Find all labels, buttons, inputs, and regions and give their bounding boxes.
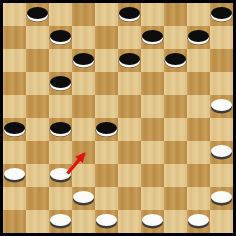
white-man[interactable] xyxy=(211,145,232,157)
light-square[interactable] xyxy=(141,95,164,118)
square-7[interactable] xyxy=(49,26,72,49)
light-square[interactable] xyxy=(187,95,210,118)
light-square[interactable] xyxy=(187,49,210,72)
square-37[interactable] xyxy=(49,164,72,187)
light-square[interactable] xyxy=(3,187,26,210)
light-square[interactable] xyxy=(49,187,72,210)
square-28[interactable] xyxy=(95,118,118,141)
square-42[interactable] xyxy=(72,187,95,210)
light-square[interactable] xyxy=(72,210,95,233)
white-man[interactable] xyxy=(211,191,232,203)
white-man[interactable] xyxy=(4,168,25,180)
black-man[interactable] xyxy=(119,7,140,19)
square-47[interactable] xyxy=(49,210,72,233)
square-5[interactable] xyxy=(210,3,233,26)
light-square[interactable] xyxy=(49,3,72,26)
square-19[interactable] xyxy=(141,72,164,95)
square-12[interactable] xyxy=(72,49,95,72)
light-square[interactable] xyxy=(118,164,141,187)
light-square[interactable] xyxy=(118,118,141,141)
light-square[interactable] xyxy=(49,141,72,164)
square-33[interactable] xyxy=(118,141,141,164)
square-43[interactable] xyxy=(118,187,141,210)
light-square[interactable] xyxy=(141,3,164,26)
light-square[interactable] xyxy=(72,164,95,187)
light-square[interactable] xyxy=(164,210,187,233)
light-square[interactable] xyxy=(210,164,233,187)
square-48[interactable] xyxy=(95,210,118,233)
light-square[interactable] xyxy=(26,164,49,187)
light-square[interactable] xyxy=(3,95,26,118)
square-50[interactable] xyxy=(187,210,210,233)
square-2[interactable] xyxy=(72,3,95,26)
square-20[interactable] xyxy=(187,72,210,95)
square-32[interactable] xyxy=(72,141,95,164)
square-3[interactable] xyxy=(118,3,141,26)
black-man[interactable] xyxy=(50,122,71,134)
square-35[interactable] xyxy=(210,141,233,164)
white-man[interactable] xyxy=(142,214,163,226)
square-8[interactable] xyxy=(95,26,118,49)
square-1[interactable] xyxy=(26,3,49,26)
board-grid xyxy=(3,3,233,233)
square-14[interactable] xyxy=(164,49,187,72)
square-49[interactable] xyxy=(141,210,164,233)
light-square[interactable] xyxy=(164,72,187,95)
black-man[interactable] xyxy=(188,30,209,42)
black-man[interactable] xyxy=(165,53,186,65)
black-man[interactable] xyxy=(211,7,232,19)
square-27[interactable] xyxy=(49,118,72,141)
black-man[interactable] xyxy=(50,76,71,88)
light-square[interactable] xyxy=(72,26,95,49)
light-square[interactable] xyxy=(210,118,233,141)
square-16[interactable] xyxy=(3,72,26,95)
white-man[interactable] xyxy=(50,214,71,226)
draughts-board xyxy=(0,0,236,236)
square-9[interactable] xyxy=(141,26,164,49)
square-44[interactable] xyxy=(164,187,187,210)
square-29[interactable] xyxy=(141,118,164,141)
light-square[interactable] xyxy=(26,72,49,95)
light-square[interactable] xyxy=(210,26,233,49)
black-man[interactable] xyxy=(4,122,25,134)
light-square[interactable] xyxy=(118,210,141,233)
square-24[interactable] xyxy=(164,95,187,118)
square-10[interactable] xyxy=(187,26,210,49)
light-square[interactable] xyxy=(26,210,49,233)
light-square[interactable] xyxy=(95,3,118,26)
square-15[interactable] xyxy=(210,49,233,72)
black-man[interactable] xyxy=(119,53,140,65)
white-man[interactable] xyxy=(96,214,117,226)
square-13[interactable] xyxy=(118,49,141,72)
square-39[interactable] xyxy=(141,164,164,187)
light-square[interactable] xyxy=(164,164,187,187)
light-square[interactable] xyxy=(118,26,141,49)
light-square[interactable] xyxy=(187,3,210,26)
light-square[interactable] xyxy=(95,187,118,210)
light-square[interactable] xyxy=(72,72,95,95)
square-40[interactable] xyxy=(187,164,210,187)
light-square[interactable] xyxy=(3,49,26,72)
square-30[interactable] xyxy=(187,118,210,141)
square-46[interactable] xyxy=(3,210,26,233)
light-square[interactable] xyxy=(72,118,95,141)
light-square[interactable] xyxy=(49,49,72,72)
light-square[interactable] xyxy=(164,26,187,49)
square-36[interactable] xyxy=(3,164,26,187)
light-square[interactable] xyxy=(95,49,118,72)
square-22[interactable] xyxy=(72,95,95,118)
light-square[interactable] xyxy=(164,118,187,141)
light-square[interactable] xyxy=(95,141,118,164)
square-21[interactable] xyxy=(26,95,49,118)
black-man[interactable] xyxy=(96,122,117,134)
white-man[interactable] xyxy=(188,214,209,226)
square-45[interactable] xyxy=(210,187,233,210)
black-man[interactable] xyxy=(50,30,71,42)
square-38[interactable] xyxy=(95,164,118,187)
light-square[interactable] xyxy=(141,141,164,164)
light-square[interactable] xyxy=(141,187,164,210)
square-18[interactable] xyxy=(95,72,118,95)
square-26[interactable] xyxy=(3,118,26,141)
light-square[interactable] xyxy=(118,72,141,95)
light-square[interactable] xyxy=(210,72,233,95)
light-square[interactable] xyxy=(3,3,26,26)
light-square[interactable] xyxy=(187,141,210,164)
light-square[interactable] xyxy=(187,187,210,210)
light-square[interactable] xyxy=(26,118,49,141)
white-man[interactable] xyxy=(211,99,232,111)
light-square[interactable] xyxy=(26,26,49,49)
square-17[interactable] xyxy=(49,72,72,95)
square-31[interactable] xyxy=(26,141,49,164)
black-man[interactable] xyxy=(142,30,163,42)
white-man[interactable] xyxy=(50,168,71,180)
square-6[interactable] xyxy=(3,26,26,49)
light-square[interactable] xyxy=(95,95,118,118)
black-man[interactable] xyxy=(27,7,48,19)
square-41[interactable] xyxy=(26,187,49,210)
square-34[interactable] xyxy=(164,141,187,164)
light-square[interactable] xyxy=(3,141,26,164)
square-25[interactable] xyxy=(210,95,233,118)
black-man[interactable] xyxy=(73,53,94,65)
square-23[interactable] xyxy=(118,95,141,118)
square-11[interactable] xyxy=(26,49,49,72)
square-4[interactable] xyxy=(164,3,187,26)
light-square[interactable] xyxy=(141,49,164,72)
light-square[interactable] xyxy=(210,210,233,233)
light-square[interactable] xyxy=(49,95,72,118)
white-man[interactable] xyxy=(73,191,94,203)
